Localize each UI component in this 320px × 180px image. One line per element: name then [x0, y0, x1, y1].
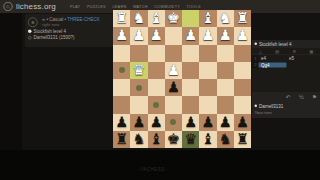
square-c3[interactable]: [199, 45, 216, 62]
square-d2[interactable]: ♟: [182, 27, 199, 44]
move-row: 1e4e5: [252, 55, 320, 62]
resign-button[interactable]: ⚑: [312, 94, 317, 101]
info-player-white: Stockfish level 4: [28, 29, 111, 34]
square-a1[interactable]: ♜: [234, 10, 251, 27]
square-h5[interactable]: [113, 79, 130, 96]
square-g8[interactable]: ♞: [130, 131, 147, 148]
black-pawn[interactable]: ♟: [130, 114, 147, 131]
watermark: -YACHESS-: [138, 167, 167, 172]
white-rook[interactable]: ♜: [113, 10, 130, 27]
square-a6[interactable]: [234, 96, 251, 113]
white-player-name[interactable]: Stockfish level 4: [34, 29, 67, 34]
square-d8[interactable]: ♛: [182, 131, 199, 148]
square-g3[interactable]: [130, 45, 147, 62]
square-h7[interactable]: ♟: [113, 114, 130, 131]
move-list: △▤⚙▦ 1e4e52Qg4: [252, 48, 320, 92]
square-e3[interactable]: [165, 45, 182, 62]
square-f5[interactable]: [148, 79, 165, 96]
square-d4[interactable]: [182, 62, 199, 79]
chart-icon[interactable]: ▦: [309, 49, 313, 54]
opponent-row: Stockfish level 4: [252, 40, 320, 48]
square-f3[interactable]: [148, 45, 165, 62]
setup-prefix: ∞ • Casual •: [42, 17, 67, 22]
site-title[interactable]: lichess.org: [16, 2, 56, 11]
white-pawn[interactable]: ♟: [113, 27, 130, 44]
black-rook[interactable]: ♜: [113, 131, 130, 148]
square-g6[interactable]: [130, 96, 147, 113]
player-name[interactable]: Darnell3131: [259, 103, 283, 108]
move-hint-dot[interactable]: [153, 102, 159, 108]
square-a3[interactable]: [234, 45, 251, 62]
turn-indicator: Your turn: [255, 110, 272, 115]
white-bishop[interactable]: ♝: [199, 10, 216, 27]
white-king[interactable]: ♚: [165, 10, 182, 27]
white-bishop[interactable]: ♝: [148, 10, 165, 27]
nav-item-puzzles[interactable]: PUZZLES: [87, 4, 106, 9]
black-pawn[interactable]: ♟: [165, 79, 182, 96]
square-f8[interactable]: ♝: [148, 131, 165, 148]
black-rook[interactable]: ♜: [234, 131, 251, 148]
square-b2[interactable]: ♟: [217, 27, 234, 44]
square-d3[interactable]: [182, 45, 199, 62]
nav-item-community[interactable]: COMMUNITY: [154, 4, 180, 9]
square-c4[interactable]: [199, 62, 216, 79]
info-player-black: Darnell3131 (1500?): [28, 35, 111, 40]
white-queen[interactable]: ♛: [130, 62, 147, 79]
square-b8[interactable]: ♞: [217, 131, 234, 148]
move-row: 2Qg4: [252, 62, 320, 69]
computer-analysis-icon[interactable]: △: [259, 49, 262, 54]
square-b4[interactable]: [217, 62, 234, 79]
square-b1[interactable]: ♞: [217, 10, 234, 27]
nav-item-tools[interactable]: TOOLS: [187, 4, 201, 9]
black-pawn[interactable]: ♟: [182, 114, 199, 131]
square-a8[interactable]: ♜: [234, 131, 251, 148]
square-h2[interactable]: ♟: [113, 27, 130, 44]
square-a7[interactable]: ♟: [234, 114, 251, 131]
square-g2[interactable]: ♟: [130, 27, 147, 44]
main-nav: PLAYPUZZLESLEARNWATCHCOMMUNITYTOOLS: [70, 4, 201, 9]
square-b7[interactable]: ♟: [217, 114, 234, 131]
black-queen[interactable]: ♛: [182, 131, 199, 148]
square-e2[interactable]: [165, 27, 182, 44]
move-e4[interactable]: e4: [259, 56, 287, 61]
black-pawn[interactable]: ♟: [113, 114, 130, 131]
move-hint-dot[interactable]: [119, 67, 125, 73]
white-knight[interactable]: ♞: [217, 10, 234, 27]
black-pawn[interactable]: ♟: [148, 114, 165, 131]
square-d7[interactable]: ♟: [182, 114, 199, 131]
white-pawn[interactable]: ♟: [217, 27, 234, 44]
game-info-panel: ≡ ∞ • Casual • THREE-CHECK right now Sto…: [25, 14, 114, 47]
settings-icon[interactable]: ⚙: [292, 49, 296, 54]
square-d1[interactable]: [182, 10, 199, 27]
square-a4[interactable]: [234, 62, 251, 79]
chess-board[interactable]: ♜♞♝♚♝♞♜♟♟♟♟♟♟♟♛♟♟♟♟♟♟♟♟♟♜♞♝♚♛♝♞♜: [113, 10, 251, 148]
white-pawn[interactable]: ♟: [148, 27, 165, 44]
square-c8[interactable]: ♝: [199, 131, 216, 148]
square-f6[interactable]: [148, 96, 165, 113]
white-pawn[interactable]: ♟: [199, 27, 216, 44]
black-pawn[interactable]: ♟: [234, 114, 251, 131]
square-e5[interactable]: ♟: [165, 79, 182, 96]
square-e1[interactable]: ♚: [165, 10, 182, 27]
square-e6[interactable]: [165, 96, 182, 113]
offer-draw-button[interactable]: ½: [299, 94, 304, 101]
white-knight[interactable]: ♞: [130, 10, 147, 27]
square-h1[interactable]: ♜: [113, 10, 130, 27]
opening-book-icon[interactable]: ▤: [275, 49, 279, 54]
square-c1[interactable]: ♝: [199, 10, 216, 27]
nav-item-play[interactable]: PLAY: [70, 4, 81, 9]
white-pawn[interactable]: ♟: [234, 27, 251, 44]
square-h4[interactable]: [113, 62, 130, 79]
square-d5[interactable]: [182, 79, 199, 96]
square-h3[interactable]: [113, 45, 130, 62]
move-Qg4[interactable]: Qg4: [259, 62, 287, 67]
black-pawn[interactable]: ♟: [199, 114, 216, 131]
square-f1[interactable]: ♝: [148, 10, 165, 27]
black-pawn[interactable]: ♟: [217, 114, 234, 131]
moves-toolbar: △▤⚙▦: [252, 48, 320, 55]
square-g4[interactable]: ♛: [130, 62, 147, 79]
square-g7[interactable]: ♟: [130, 114, 147, 131]
square-b3[interactable]: [217, 45, 234, 62]
square-g1[interactable]: ♞: [130, 10, 147, 27]
opponent-name[interactable]: Stockfish level 4: [259, 41, 292, 46]
square-c5[interactable]: [199, 79, 216, 96]
square-c6[interactable]: [199, 96, 216, 113]
white-side-icon: [28, 29, 32, 33]
online-dot: [255, 105, 258, 108]
square-f2[interactable]: ♟: [148, 27, 165, 44]
white-pawn[interactable]: ♟: [182, 27, 199, 44]
game-time-ago: right now: [42, 22, 111, 27]
black-side-icon: [28, 36, 32, 40]
game-actions: ↶½⚑: [286, 94, 317, 101]
black-bishop[interactable]: ♝: [148, 131, 165, 148]
square-a5[interactable]: [234, 79, 251, 96]
square-h8[interactable]: ♜: [113, 131, 130, 148]
black-knight[interactable]: ♞: [217, 131, 234, 148]
square-e8[interactable]: ♚: [165, 131, 182, 148]
white-pawn[interactable]: ♟: [130, 27, 147, 44]
game-setup-line: ∞ • Casual • THREE-CHECK: [42, 17, 111, 22]
white-pawn[interactable]: ♟: [165, 62, 182, 79]
square-g5[interactable]: [130, 79, 147, 96]
white-rook[interactable]: ♜: [234, 10, 251, 27]
nav-item-watch[interactable]: WATCH: [133, 4, 148, 9]
black-player-name[interactable]: Darnell3131 (1500?): [34, 35, 75, 40]
move-e5[interactable]: e5: [287, 56, 315, 61]
move-hint-dot[interactable]: [136, 85, 142, 91]
square-h6[interactable]: [113, 96, 130, 113]
player-row: Darnell3131: [252, 102, 320, 110]
game-variant-icon: ≡: [28, 18, 38, 28]
square-b5[interactable]: [217, 79, 234, 96]
square-e7[interactable]: [165, 114, 182, 131]
square-d6[interactable]: [182, 96, 199, 113]
black-knight[interactable]: ♞: [130, 131, 147, 148]
move-hint-dot[interactable]: [170, 119, 176, 125]
game-side-panel: Stockfish level 4 △▤⚙▦ 1e4e52Qg4 ↶½⚑ Dar…: [252, 40, 320, 118]
online-dot: [255, 43, 258, 46]
square-c2[interactable]: ♟: [199, 27, 216, 44]
nav-item-learn[interactable]: LEARN: [112, 4, 126, 9]
takeback-button[interactable]: ↶: [286, 94, 291, 101]
black-bishop[interactable]: ♝: [199, 131, 216, 148]
square-a2[interactable]: ♟: [234, 27, 251, 44]
square-f7[interactable]: ♟: [148, 114, 165, 131]
lichess-logo-icon[interactable]: ♘: [4, 2, 13, 11]
variant-link[interactable]: THREE-CHECK: [67, 17, 100, 22]
square-e4[interactable]: ♟: [165, 62, 182, 79]
black-king[interactable]: ♚: [165, 131, 182, 148]
letterbox-bar: [0, 150, 320, 180]
square-f4[interactable]: [148, 62, 165, 79]
square-c7[interactable]: ♟: [199, 114, 216, 131]
square-b6[interactable]: [217, 96, 234, 113]
